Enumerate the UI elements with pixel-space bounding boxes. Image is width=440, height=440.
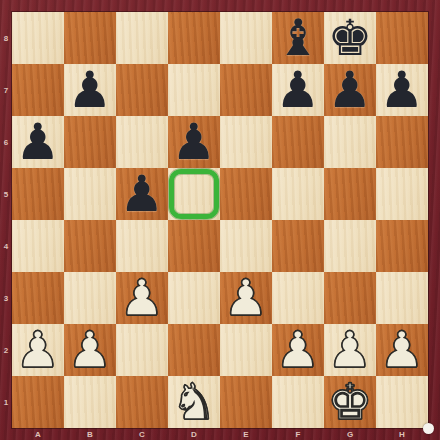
square-a2[interactable]: ♟ (12, 324, 64, 376)
square-h3[interactable] (376, 272, 428, 324)
square-b5[interactable] (64, 168, 116, 220)
square-e1[interactable] (220, 376, 272, 428)
white-knight-d1[interactable]: ♞ (168, 376, 220, 428)
square-d6[interactable]: ♟ (168, 116, 220, 168)
white-pawn-e3[interactable]: ♟ (220, 272, 272, 324)
square-a1[interactable] (12, 376, 64, 428)
square-b2[interactable]: ♟ (64, 324, 116, 376)
square-h6[interactable] (376, 116, 428, 168)
square-d1[interactable]: ♞ (168, 376, 220, 428)
white-pawn-g2[interactable]: ♟ (324, 324, 376, 376)
black-bishop-f8[interactable]: ♝ (272, 12, 324, 64)
square-f4[interactable] (272, 220, 324, 272)
board: ♝♚♟♟♟♟♟♟♟♟♟♟♟♟♟♟♞♚ (12, 12, 428, 428)
square-d2[interactable] (168, 324, 220, 376)
square-a4[interactable] (12, 220, 64, 272)
square-d3[interactable] (168, 272, 220, 324)
black-pawn-d6[interactable]: ♟ (168, 116, 220, 168)
square-f1[interactable] (272, 376, 324, 428)
square-d7[interactable] (168, 64, 220, 116)
square-d8[interactable] (168, 12, 220, 64)
black-pawn-g7[interactable]: ♟ (324, 64, 376, 116)
square-e8[interactable] (220, 12, 272, 64)
square-h4[interactable] (376, 220, 428, 272)
file-label-b: B (64, 428, 116, 440)
square-g6[interactable] (324, 116, 376, 168)
file-label-c: C (116, 428, 168, 440)
white-pawn-b2[interactable]: ♟ (64, 324, 116, 376)
black-pawn-c5[interactable]: ♟ (116, 168, 168, 220)
square-b6[interactable] (64, 116, 116, 168)
square-f7[interactable]: ♟ (272, 64, 324, 116)
square-c2[interactable] (116, 324, 168, 376)
square-a5[interactable] (12, 168, 64, 220)
white-pawn-h2[interactable]: ♟ (376, 324, 428, 376)
square-c6[interactable] (116, 116, 168, 168)
rank-label-6: 6 (0, 116, 12, 168)
black-pawn-h7[interactable]: ♟ (376, 64, 428, 116)
square-a6[interactable]: ♟ (12, 116, 64, 168)
black-pawn-b7[interactable]: ♟ (64, 64, 116, 116)
square-e7[interactable] (220, 64, 272, 116)
square-g7[interactable]: ♟ (324, 64, 376, 116)
rank-label-7: 7 (0, 64, 12, 116)
square-g5[interactable] (324, 168, 376, 220)
chess-board-frame: 87654321 ABCDEFGH ♝♚♟♟♟♟♟♟♟♟♟♟♟♟♟♟♞♚ (0, 0, 440, 440)
square-g8[interactable]: ♚ (324, 12, 376, 64)
white-pawn-c3[interactable]: ♟ (116, 272, 168, 324)
square-f8[interactable]: ♝ (272, 12, 324, 64)
square-e4[interactable] (220, 220, 272, 272)
white-pawn-a2[interactable]: ♟ (12, 324, 64, 376)
highlight-square-d5 (169, 169, 219, 219)
square-g2[interactable]: ♟ (324, 324, 376, 376)
square-b3[interactable] (64, 272, 116, 324)
square-c5[interactable]: ♟ (116, 168, 168, 220)
square-e5[interactable] (220, 168, 272, 220)
square-c8[interactable] (116, 12, 168, 64)
square-a8[interactable] (12, 12, 64, 64)
square-h2[interactable]: ♟ (376, 324, 428, 376)
black-king-g8[interactable]: ♚ (324, 12, 376, 64)
file-label-e: E (220, 428, 272, 440)
square-b4[interactable] (64, 220, 116, 272)
white-to-move-indicator (423, 423, 434, 434)
square-e6[interactable] (220, 116, 272, 168)
square-c3[interactable]: ♟ (116, 272, 168, 324)
rank-label-8: 8 (0, 12, 12, 64)
square-h1[interactable] (376, 376, 428, 428)
square-h5[interactable] (376, 168, 428, 220)
square-c7[interactable] (116, 64, 168, 116)
square-c4[interactable] (116, 220, 168, 272)
file-label-f: F (272, 428, 324, 440)
white-pawn-f2[interactable]: ♟ (272, 324, 324, 376)
black-pawn-a6[interactable]: ♟ (12, 116, 64, 168)
square-d5[interactable] (168, 168, 220, 220)
square-g1[interactable]: ♚ (324, 376, 376, 428)
square-d4[interactable] (168, 220, 220, 272)
square-a3[interactable] (12, 272, 64, 324)
square-a7[interactable] (12, 64, 64, 116)
rank-label-2: 2 (0, 324, 12, 376)
square-g4[interactable] (324, 220, 376, 272)
file-label-h: H (376, 428, 428, 440)
rank-labels: 87654321 (0, 12, 12, 428)
square-f5[interactable] (272, 168, 324, 220)
square-e3[interactable]: ♟ (220, 272, 272, 324)
rank-label-5: 5 (0, 168, 12, 220)
rank-label-1: 1 (0, 376, 12, 428)
square-f3[interactable] (272, 272, 324, 324)
rank-label-3: 3 (0, 272, 12, 324)
square-f2[interactable]: ♟ (272, 324, 324, 376)
square-f6[interactable] (272, 116, 324, 168)
square-h7[interactable]: ♟ (376, 64, 428, 116)
square-e2[interactable] (220, 324, 272, 376)
square-b8[interactable] (64, 12, 116, 64)
square-b1[interactable] (64, 376, 116, 428)
square-b7[interactable]: ♟ (64, 64, 116, 116)
square-h8[interactable] (376, 12, 428, 64)
square-g3[interactable] (324, 272, 376, 324)
rank-label-4: 4 (0, 220, 12, 272)
black-pawn-f7[interactable]: ♟ (272, 64, 324, 116)
square-c1[interactable] (116, 376, 168, 428)
file-label-a: A (12, 428, 64, 440)
white-king-g1[interactable]: ♚ (324, 376, 376, 428)
